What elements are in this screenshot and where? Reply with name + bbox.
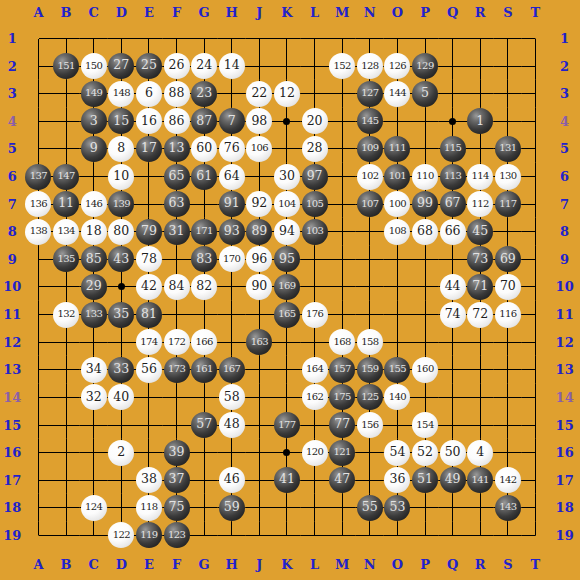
- intersection-A2[interactable]: [25, 52, 53, 80]
- intersection-C5[interactable]: 9: [80, 135, 108, 163]
- intersection-C16[interactable]: [80, 439, 108, 467]
- intersection-B17[interactable]: [52, 466, 80, 494]
- intersection-E3[interactable]: 6: [135, 80, 163, 108]
- intersection-T5[interactable]: [522, 135, 550, 163]
- intersection-L5[interactable]: 28: [301, 135, 329, 163]
- intersection-C18[interactable]: 124: [80, 494, 108, 522]
- intersection-F4[interactable]: 86: [163, 108, 191, 136]
- intersection-N9[interactable]: [356, 246, 384, 274]
- intersection-K1[interactable]: [273, 25, 301, 53]
- intersection-C19[interactable]: [80, 522, 108, 550]
- intersection-R13[interactable]: [466, 356, 494, 384]
- intersection-K8[interactable]: 94: [273, 218, 301, 246]
- intersection-G15[interactable]: 57: [190, 411, 218, 439]
- intersection-T9[interactable]: [522, 246, 550, 274]
- intersection-R1[interactable]: [466, 25, 494, 53]
- intersection-K5[interactable]: [273, 135, 301, 163]
- intersection-S2[interactable]: [494, 52, 522, 80]
- intersection-F17[interactable]: 37: [163, 466, 191, 494]
- intersection-H5[interactable]: 76: [218, 135, 246, 163]
- intersection-G1[interactable]: [190, 25, 218, 53]
- intersection-G5[interactable]: 60: [190, 135, 218, 163]
- intersection-C10[interactable]: 29: [80, 273, 108, 301]
- intersection-O18[interactable]: 53: [384, 494, 412, 522]
- intersection-B2[interactable]: 151: [52, 52, 80, 80]
- intersection-M12[interactable]: 168: [328, 328, 356, 356]
- intersection-N14[interactable]: 125: [356, 384, 384, 412]
- intersection-P4[interactable]: [411, 108, 439, 136]
- intersection-E9[interactable]: 78: [135, 246, 163, 274]
- intersection-B5[interactable]: [52, 135, 80, 163]
- intersection-E8[interactable]: 79: [135, 218, 163, 246]
- intersection-S16[interactable]: [494, 439, 522, 467]
- intersection-S19[interactable]: [494, 522, 522, 550]
- intersection-P9[interactable]: [411, 246, 439, 274]
- intersection-N16[interactable]: [356, 439, 384, 467]
- intersection-N18[interactable]: 55: [356, 494, 384, 522]
- intersection-D13[interactable]: 33: [108, 356, 136, 384]
- intersection-C4[interactable]: 3: [80, 108, 108, 136]
- intersection-J5[interactable]: 106: [246, 135, 274, 163]
- intersection-T18[interactable]: [522, 494, 550, 522]
- intersection-F18[interactable]: 75: [163, 494, 191, 522]
- intersection-F3[interactable]: 88: [163, 80, 191, 108]
- intersection-K13[interactable]: [273, 356, 301, 384]
- intersection-M18[interactable]: [328, 494, 356, 522]
- intersection-C7[interactable]: 146: [80, 190, 108, 218]
- intersection-T6[interactable]: [522, 163, 550, 191]
- intersection-Q11[interactable]: 74: [439, 301, 467, 329]
- intersection-Q6[interactable]: 113: [439, 163, 467, 191]
- intersection-B19[interactable]: [52, 522, 80, 550]
- intersection-A17[interactable]: [25, 466, 53, 494]
- intersection-L17[interactable]: [301, 466, 329, 494]
- intersection-G9[interactable]: 83: [190, 246, 218, 274]
- intersection-M16[interactable]: 121: [328, 439, 356, 467]
- intersection-B9[interactable]: 135: [52, 246, 80, 274]
- intersection-S15[interactable]: [494, 411, 522, 439]
- intersection-R18[interactable]: [466, 494, 494, 522]
- intersection-M7[interactable]: [328, 190, 356, 218]
- intersection-F8[interactable]: 31: [163, 218, 191, 246]
- intersection-P15[interactable]: 154: [411, 411, 439, 439]
- intersection-O5[interactable]: 111: [384, 135, 412, 163]
- intersection-S9[interactable]: 69: [494, 246, 522, 274]
- intersection-B12[interactable]: [52, 328, 80, 356]
- intersection-C2[interactable]: 150: [80, 52, 108, 80]
- intersection-Q15[interactable]: [439, 411, 467, 439]
- intersection-K10[interactable]: 169: [273, 273, 301, 301]
- intersection-R11[interactable]: 72: [466, 301, 494, 329]
- intersection-P7[interactable]: 99: [411, 190, 439, 218]
- intersection-N6[interactable]: 102: [356, 163, 384, 191]
- intersection-O17[interactable]: 36: [384, 466, 412, 494]
- intersection-L19[interactable]: [301, 522, 329, 550]
- intersection-Q7[interactable]: 67: [439, 190, 467, 218]
- intersection-N15[interactable]: 156: [356, 411, 384, 439]
- intersection-K2[interactable]: [273, 52, 301, 80]
- intersection-P16[interactable]: 52: [411, 439, 439, 467]
- intersection-S14[interactable]: [494, 384, 522, 412]
- intersection-T11[interactable]: [522, 301, 550, 329]
- intersection-R10[interactable]: 71: [466, 273, 494, 301]
- intersection-L7[interactable]: 105: [301, 190, 329, 218]
- intersection-J16[interactable]: [246, 439, 274, 467]
- intersection-K14[interactable]: [273, 384, 301, 412]
- intersection-K9[interactable]: 95: [273, 246, 301, 274]
- intersection-G16[interactable]: [190, 439, 218, 467]
- intersection-K7[interactable]: 104: [273, 190, 301, 218]
- intersection-P12[interactable]: [411, 328, 439, 356]
- intersection-L3[interactable]: [301, 80, 329, 108]
- intersection-S5[interactable]: 131: [494, 135, 522, 163]
- intersection-M14[interactable]: 175: [328, 384, 356, 412]
- intersection-S7[interactable]: 117: [494, 190, 522, 218]
- intersection-J2[interactable]: [246, 52, 274, 80]
- intersection-B13[interactable]: [52, 356, 80, 384]
- intersection-F11[interactable]: [163, 301, 191, 329]
- intersection-J3[interactable]: 22: [246, 80, 274, 108]
- intersection-M6[interactable]: [328, 163, 356, 191]
- intersection-M3[interactable]: [328, 80, 356, 108]
- intersection-F19[interactable]: 123: [163, 522, 191, 550]
- intersection-L14[interactable]: 162: [301, 384, 329, 412]
- intersection-B8[interactable]: 134: [52, 218, 80, 246]
- intersection-A11[interactable]: [25, 301, 53, 329]
- intersection-P8[interactable]: 68: [411, 218, 439, 246]
- intersection-J1[interactable]: [246, 25, 274, 53]
- intersection-T10[interactable]: [522, 273, 550, 301]
- intersection-H11[interactable]: [218, 301, 246, 329]
- intersection-Q19[interactable]: [439, 522, 467, 550]
- intersection-O19[interactable]: [384, 522, 412, 550]
- intersection-D4[interactable]: 15: [108, 108, 136, 136]
- intersection-E13[interactable]: 56: [135, 356, 163, 384]
- intersection-A9[interactable]: [25, 246, 53, 274]
- intersection-S18[interactable]: 143: [494, 494, 522, 522]
- intersection-B7[interactable]: 11: [52, 190, 80, 218]
- intersection-B11[interactable]: 132: [52, 301, 80, 329]
- intersection-T15[interactable]: [522, 411, 550, 439]
- intersection-Q14[interactable]: [439, 384, 467, 412]
- intersection-P19[interactable]: [411, 522, 439, 550]
- intersection-Q1[interactable]: [439, 25, 467, 53]
- intersection-K12[interactable]: [273, 328, 301, 356]
- intersection-K15[interactable]: 177: [273, 411, 301, 439]
- intersection-F9[interactable]: [163, 246, 191, 274]
- intersection-H1[interactable]: [218, 25, 246, 53]
- intersection-B1[interactable]: [52, 25, 80, 53]
- intersection-N12[interactable]: 158: [356, 328, 384, 356]
- intersection-R2[interactable]: [466, 52, 494, 80]
- intersection-L4[interactable]: 20: [301, 108, 329, 136]
- intersection-A18[interactable]: [25, 494, 53, 522]
- intersection-H13[interactable]: 167: [218, 356, 246, 384]
- intersection-P2[interactable]: 129: [411, 52, 439, 80]
- intersection-F7[interactable]: 63: [163, 190, 191, 218]
- intersection-T8[interactable]: [522, 218, 550, 246]
- intersection-G14[interactable]: [190, 384, 218, 412]
- intersection-C8[interactable]: 18: [80, 218, 108, 246]
- intersection-R9[interactable]: 73: [466, 246, 494, 274]
- intersection-G4[interactable]: 87: [190, 108, 218, 136]
- intersection-C17[interactable]: [80, 466, 108, 494]
- intersection-T13[interactable]: [522, 356, 550, 384]
- intersection-G10[interactable]: 82: [190, 273, 218, 301]
- intersection-L10[interactable]: [301, 273, 329, 301]
- intersection-P1[interactable]: [411, 25, 439, 53]
- intersection-F14[interactable]: [163, 384, 191, 412]
- intersection-A3[interactable]: [25, 80, 53, 108]
- intersection-N13[interactable]: 159: [356, 356, 384, 384]
- intersection-P13[interactable]: 160: [411, 356, 439, 384]
- intersection-B3[interactable]: [52, 80, 80, 108]
- intersection-D16[interactable]: 2: [108, 439, 136, 467]
- intersection-E12[interactable]: 174: [135, 328, 163, 356]
- intersection-G6[interactable]: 61: [190, 163, 218, 191]
- intersection-D11[interactable]: 35: [108, 301, 136, 329]
- intersection-H17[interactable]: 46: [218, 466, 246, 494]
- intersection-J14[interactable]: [246, 384, 274, 412]
- intersection-F2[interactable]: 26: [163, 52, 191, 80]
- intersection-K16[interactable]: [273, 439, 301, 467]
- intersection-Q5[interactable]: 115: [439, 135, 467, 163]
- intersection-D7[interactable]: 139: [108, 190, 136, 218]
- intersection-E7[interactable]: [135, 190, 163, 218]
- intersection-E14[interactable]: [135, 384, 163, 412]
- intersection-J10[interactable]: 90: [246, 273, 274, 301]
- intersection-Q2[interactable]: [439, 52, 467, 80]
- intersection-G7[interactable]: [190, 190, 218, 218]
- intersection-R3[interactable]: [466, 80, 494, 108]
- intersection-H15[interactable]: 48: [218, 411, 246, 439]
- intersection-B14[interactable]: [52, 384, 80, 412]
- intersection-R15[interactable]: [466, 411, 494, 439]
- intersection-L15[interactable]: [301, 411, 329, 439]
- intersection-Q18[interactable]: [439, 494, 467, 522]
- intersection-R17[interactable]: 141: [466, 466, 494, 494]
- intersection-T16[interactable]: [522, 439, 550, 467]
- intersection-L11[interactable]: 176: [301, 301, 329, 329]
- intersection-L12[interactable]: [301, 328, 329, 356]
- intersection-D10[interactable]: [108, 273, 136, 301]
- intersection-H18[interactable]: 59: [218, 494, 246, 522]
- intersection-M11[interactable]: [328, 301, 356, 329]
- intersection-O13[interactable]: 155: [384, 356, 412, 384]
- intersection-Q10[interactable]: 44: [439, 273, 467, 301]
- intersection-R12[interactable]: [466, 328, 494, 356]
- intersection-T7[interactable]: [522, 190, 550, 218]
- intersection-A6[interactable]: 137: [25, 163, 53, 191]
- intersection-S17[interactable]: 142: [494, 466, 522, 494]
- intersection-P11[interactable]: [411, 301, 439, 329]
- intersection-F5[interactable]: 13: [163, 135, 191, 163]
- intersection-K11[interactable]: 165: [273, 301, 301, 329]
- intersection-L13[interactable]: 164: [301, 356, 329, 384]
- intersection-J17[interactable]: [246, 466, 274, 494]
- intersection-P6[interactable]: 110: [411, 163, 439, 191]
- intersection-O7[interactable]: 100: [384, 190, 412, 218]
- intersection-M10[interactable]: [328, 273, 356, 301]
- intersection-T1[interactable]: [522, 25, 550, 53]
- intersection-H12[interactable]: [218, 328, 246, 356]
- intersection-H19[interactable]: [218, 522, 246, 550]
- intersection-O14[interactable]: 140: [384, 384, 412, 412]
- intersection-T14[interactable]: [522, 384, 550, 412]
- intersection-B18[interactable]: [52, 494, 80, 522]
- intersection-A7[interactable]: 136: [25, 190, 53, 218]
- intersection-A12[interactable]: [25, 328, 53, 356]
- intersection-F1[interactable]: [163, 25, 191, 53]
- intersection-S1[interactable]: [494, 25, 522, 53]
- intersection-A16[interactable]: [25, 439, 53, 467]
- intersection-H9[interactable]: 170: [218, 246, 246, 274]
- intersection-M17[interactable]: 47: [328, 466, 356, 494]
- intersection-O10[interactable]: [384, 273, 412, 301]
- intersection-K3[interactable]: 12: [273, 80, 301, 108]
- intersection-H2[interactable]: 14: [218, 52, 246, 80]
- intersection-O1[interactable]: [384, 25, 412, 53]
- intersection-N4[interactable]: 145: [356, 108, 384, 136]
- intersection-Q3[interactable]: [439, 80, 467, 108]
- intersection-B6[interactable]: 147: [52, 163, 80, 191]
- intersection-D9[interactable]: 43: [108, 246, 136, 274]
- intersection-H6[interactable]: 64: [218, 163, 246, 191]
- intersection-P18[interactable]: [411, 494, 439, 522]
- intersection-R8[interactable]: 45: [466, 218, 494, 246]
- intersection-N7[interactable]: 107: [356, 190, 384, 218]
- intersection-G2[interactable]: 24: [190, 52, 218, 80]
- intersection-O9[interactable]: [384, 246, 412, 274]
- intersection-S10[interactable]: 70: [494, 273, 522, 301]
- intersection-A8[interactable]: 138: [25, 218, 53, 246]
- intersection-A14[interactable]: [25, 384, 53, 412]
- intersection-T2[interactable]: [522, 52, 550, 80]
- intersection-C15[interactable]: [80, 411, 108, 439]
- intersection-D8[interactable]: 80: [108, 218, 136, 246]
- intersection-C12[interactable]: [80, 328, 108, 356]
- intersection-E17[interactable]: 38: [135, 466, 163, 494]
- intersection-E19[interactable]: 119: [135, 522, 163, 550]
- intersection-J13[interactable]: [246, 356, 274, 384]
- intersection-J9[interactable]: 96: [246, 246, 274, 274]
- intersection-B4[interactable]: [52, 108, 80, 136]
- intersection-Q9[interactable]: [439, 246, 467, 274]
- intersection-G8[interactable]: 171: [190, 218, 218, 246]
- intersection-J4[interactable]: 98: [246, 108, 274, 136]
- intersection-S8[interactable]: [494, 218, 522, 246]
- intersection-E6[interactable]: [135, 163, 163, 191]
- intersection-H7[interactable]: 91: [218, 190, 246, 218]
- intersection-R5[interactable]: [466, 135, 494, 163]
- intersection-A15[interactable]: [25, 411, 53, 439]
- intersection-R6[interactable]: 114: [466, 163, 494, 191]
- intersection-E2[interactable]: 25: [135, 52, 163, 80]
- intersection-J18[interactable]: [246, 494, 274, 522]
- intersection-A19[interactable]: [25, 522, 53, 550]
- intersection-S4[interactable]: [494, 108, 522, 136]
- intersection-N11[interactable]: [356, 301, 384, 329]
- intersection-S6[interactable]: 130: [494, 163, 522, 191]
- intersection-P3[interactable]: 5: [411, 80, 439, 108]
- intersection-G18[interactable]: [190, 494, 218, 522]
- intersection-P5[interactable]: [411, 135, 439, 163]
- intersection-E4[interactable]: 16: [135, 108, 163, 136]
- intersection-H14[interactable]: 58: [218, 384, 246, 412]
- intersection-B16[interactable]: [52, 439, 80, 467]
- intersection-N3[interactable]: 127: [356, 80, 384, 108]
- intersection-D6[interactable]: 10: [108, 163, 136, 191]
- intersection-Q13[interactable]: [439, 356, 467, 384]
- intersection-L6[interactable]: 97: [301, 163, 329, 191]
- intersection-Q12[interactable]: [439, 328, 467, 356]
- intersection-R14[interactable]: [466, 384, 494, 412]
- intersection-P10[interactable]: [411, 273, 439, 301]
- intersection-S11[interactable]: 116: [494, 301, 522, 329]
- intersection-Q16[interactable]: 50: [439, 439, 467, 467]
- intersection-S3[interactable]: [494, 80, 522, 108]
- intersection-G19[interactable]: [190, 522, 218, 550]
- intersection-L8[interactable]: 103: [301, 218, 329, 246]
- intersection-L2[interactable]: [301, 52, 329, 80]
- intersection-B10[interactable]: [52, 273, 80, 301]
- intersection-T17[interactable]: [522, 466, 550, 494]
- intersection-K6[interactable]: 30: [273, 163, 301, 191]
- intersection-T4[interactable]: [522, 108, 550, 136]
- intersection-E5[interactable]: 17: [135, 135, 163, 163]
- intersection-E1[interactable]: [135, 25, 163, 53]
- intersection-T12[interactable]: [522, 328, 550, 356]
- intersection-P14[interactable]: [411, 384, 439, 412]
- intersection-F6[interactable]: 65: [163, 163, 191, 191]
- intersection-F16[interactable]: 39: [163, 439, 191, 467]
- intersection-G13[interactable]: 161: [190, 356, 218, 384]
- intersection-J12[interactable]: 163: [246, 328, 274, 356]
- intersection-R19[interactable]: [466, 522, 494, 550]
- intersection-C6[interactable]: [80, 163, 108, 191]
- intersection-C14[interactable]: 32: [80, 384, 108, 412]
- intersection-S12[interactable]: [494, 328, 522, 356]
- intersection-J6[interactable]: [246, 163, 274, 191]
- intersection-A1[interactable]: [25, 25, 53, 53]
- intersection-J7[interactable]: 92: [246, 190, 274, 218]
- intersection-L9[interactable]: [301, 246, 329, 274]
- intersection-D18[interactable]: [108, 494, 136, 522]
- intersection-M8[interactable]: [328, 218, 356, 246]
- intersection-M15[interactable]: 77: [328, 411, 356, 439]
- intersection-J15[interactable]: [246, 411, 274, 439]
- intersection-C13[interactable]: 34: [80, 356, 108, 384]
- intersection-A10[interactable]: [25, 273, 53, 301]
- intersection-R4[interactable]: 1: [466, 108, 494, 136]
- intersection-J8[interactable]: 89: [246, 218, 274, 246]
- intersection-A13[interactable]: [25, 356, 53, 384]
- intersection-O3[interactable]: 144: [384, 80, 412, 108]
- intersection-M1[interactable]: [328, 25, 356, 53]
- intersection-D15[interactable]: [108, 411, 136, 439]
- intersection-Q4[interactable]: [439, 108, 467, 136]
- intersection-N5[interactable]: 109: [356, 135, 384, 163]
- intersection-O8[interactable]: 108: [384, 218, 412, 246]
- intersection-M9[interactable]: [328, 246, 356, 274]
- intersection-L16[interactable]: 120: [301, 439, 329, 467]
- intersection-G11[interactable]: [190, 301, 218, 329]
- intersection-F15[interactable]: [163, 411, 191, 439]
- intersection-H10[interactable]: [218, 273, 246, 301]
- intersection-S13[interactable]: [494, 356, 522, 384]
- intersection-D5[interactable]: 8: [108, 135, 136, 163]
- intersection-A5[interactable]: [25, 135, 53, 163]
